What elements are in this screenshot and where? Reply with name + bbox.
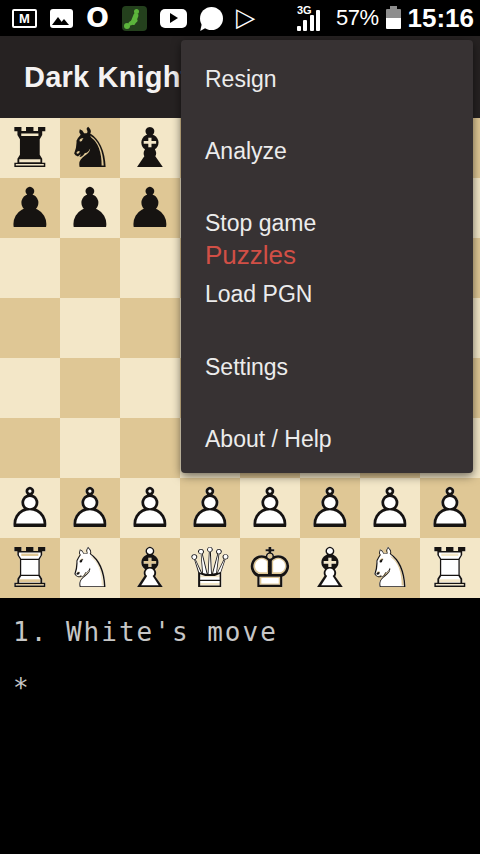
piece-black-pawn[interactable]: ♟: [60, 178, 120, 238]
square-e2[interactable]: ♟♙: [240, 478, 300, 538]
square-a7[interactable]: ♟: [0, 178, 60, 238]
piece-outline: ♙: [300, 478, 360, 538]
square-a6[interactable]: [0, 238, 60, 298]
piece-white-pawn[interactable]: ♟♙: [0, 478, 60, 538]
piece-white-pawn[interactable]: ♟♙: [300, 478, 360, 538]
move-log-line: 1. White's move: [13, 617, 467, 647]
youtube-icon: [160, 9, 187, 28]
square-b6[interactable]: [60, 238, 120, 298]
status-bar: M O ▷ 3G 57% 15:16: [0, 0, 480, 36]
messenger-icon: [200, 7, 223, 30]
options-menu: Resign Analyze Stop game Puzzles Load PG…: [181, 40, 473, 473]
square-c8[interactable]: ♝: [120, 118, 180, 178]
piece-black-pawn[interactable]: ♟: [0, 178, 60, 238]
piece-white-pawn[interactable]: ♟♙: [360, 478, 420, 538]
square-c5[interactable]: [120, 298, 180, 358]
square-b5[interactable]: [60, 298, 120, 358]
piece-white-rook[interactable]: ♜♖: [0, 538, 60, 598]
square-f2[interactable]: ♟♙: [300, 478, 360, 538]
piece-white-pawn[interactable]: ♟♙: [120, 478, 180, 538]
square-a4[interactable]: [0, 358, 60, 418]
square-c2[interactable]: ♟♙: [120, 478, 180, 538]
square-a2[interactable]: ♟♙: [0, 478, 60, 538]
piece-outline: ♙: [0, 478, 60, 538]
move-log: 1. White's move *: [0, 598, 480, 854]
move-log-line: *: [13, 673, 467, 703]
piece-outline: ♖: [420, 538, 480, 598]
piece-outline: ♔: [240, 538, 300, 598]
piece-white-bishop[interactable]: ♝♗: [300, 538, 360, 598]
piece-white-pawn[interactable]: ♟♙: [240, 478, 300, 538]
piece-white-pawn[interactable]: ♟♙: [180, 478, 240, 538]
square-a8[interactable]: ♜: [0, 118, 60, 178]
piece-outline: ♗: [120, 538, 180, 598]
piece-outline: ♙: [420, 478, 480, 538]
battery-percent: 57%: [336, 5, 379, 31]
square-b8[interactable]: ♞: [60, 118, 120, 178]
piece-outline: ♙: [180, 478, 240, 538]
square-a3[interactable]: [0, 418, 60, 478]
square-a5[interactable]: [0, 298, 60, 358]
piece-white-knight[interactable]: ♞♘: [60, 538, 120, 598]
piece-black-bishop[interactable]: ♝: [120, 118, 180, 178]
piece-black-knight[interactable]: ♞: [60, 118, 120, 178]
battery-icon: [386, 6, 401, 30]
square-h1[interactable]: ♜♖: [420, 538, 480, 598]
phone-screen: M O ▷ 3G 57% 15:16 Dark Knight ♜♞♝♛♚♝♞♜♟…: [0, 0, 480, 854]
menu-item-load-pgn[interactable]: Load PGN: [181, 274, 473, 314]
square-d1[interactable]: ♛♕: [180, 538, 240, 598]
piece-outline: ♙: [240, 478, 300, 538]
piece-outline: ♙: [120, 478, 180, 538]
app-title: Dark Knight: [24, 61, 191, 94]
square-b2[interactable]: ♟♙: [60, 478, 120, 538]
opera-icon: O: [86, 6, 109, 30]
piece-white-pawn[interactable]: ♟♙: [420, 478, 480, 538]
piece-outline: ♗: [300, 538, 360, 598]
square-c4[interactable]: [120, 358, 180, 418]
piece-outline: ♕: [180, 538, 240, 598]
piece-black-rook[interactable]: ♜: [0, 118, 60, 178]
piece-outline: ♙: [60, 478, 120, 538]
square-c3[interactable]: [120, 418, 180, 478]
square-b3[interactable]: [60, 418, 120, 478]
piece-white-bishop[interactable]: ♝♗: [120, 538, 180, 598]
play-store-icon: ▷: [236, 5, 255, 30]
piece-white-king[interactable]: ♚♔: [240, 538, 300, 598]
square-c1[interactable]: ♝♗: [120, 538, 180, 598]
gmail-icon: M: [12, 9, 37, 28]
notification-icons: M O ▷: [12, 6, 297, 31]
piece-white-rook[interactable]: ♜♖: [420, 538, 480, 598]
square-f1[interactable]: ♝♗: [300, 538, 360, 598]
square-c7[interactable]: ♟: [120, 178, 180, 238]
square-c6[interactable]: [120, 238, 180, 298]
square-d2[interactable]: ♟♙: [180, 478, 240, 538]
piece-outline: ♖: [0, 538, 60, 598]
gallery-icon: [50, 9, 73, 28]
piece-white-knight[interactable]: ♞♘: [360, 538, 420, 598]
piece-outline: ♙: [360, 478, 420, 538]
piece-black-pawn[interactable]: ♟: [120, 178, 180, 238]
menu-item-resign[interactable]: Resign: [181, 59, 473, 99]
menu-item-analyze[interactable]: Analyze: [181, 131, 473, 171]
square-a1[interactable]: ♜♖: [0, 538, 60, 598]
square-g1[interactable]: ♞♘: [360, 538, 420, 598]
signal-strength-icon: 3G: [297, 5, 329, 32]
square-b7[interactable]: ♟: [60, 178, 120, 238]
soccer-app-icon: [122, 6, 147, 31]
piece-outline: ♘: [360, 538, 420, 598]
square-h2[interactable]: ♟♙: [420, 478, 480, 538]
menu-item-puzzles[interactable]: Puzzles: [181, 235, 473, 275]
menu-item-about-help[interactable]: About / Help: [181, 419, 473, 459]
menu-item-settings[interactable]: Settings: [181, 347, 473, 387]
piece-white-pawn[interactable]: ♟♙: [60, 478, 120, 538]
square-g2[interactable]: ♟♙: [360, 478, 420, 538]
status-clock: 15:16: [408, 3, 475, 34]
square-e1[interactable]: ♚♔: [240, 538, 300, 598]
square-b4[interactable]: [60, 358, 120, 418]
piece-outline: ♘: [60, 538, 120, 598]
square-b1[interactable]: ♞♘: [60, 538, 120, 598]
status-indicators: 3G 57% 15:16: [297, 3, 474, 34]
piece-white-queen[interactable]: ♛♕: [180, 538, 240, 598]
